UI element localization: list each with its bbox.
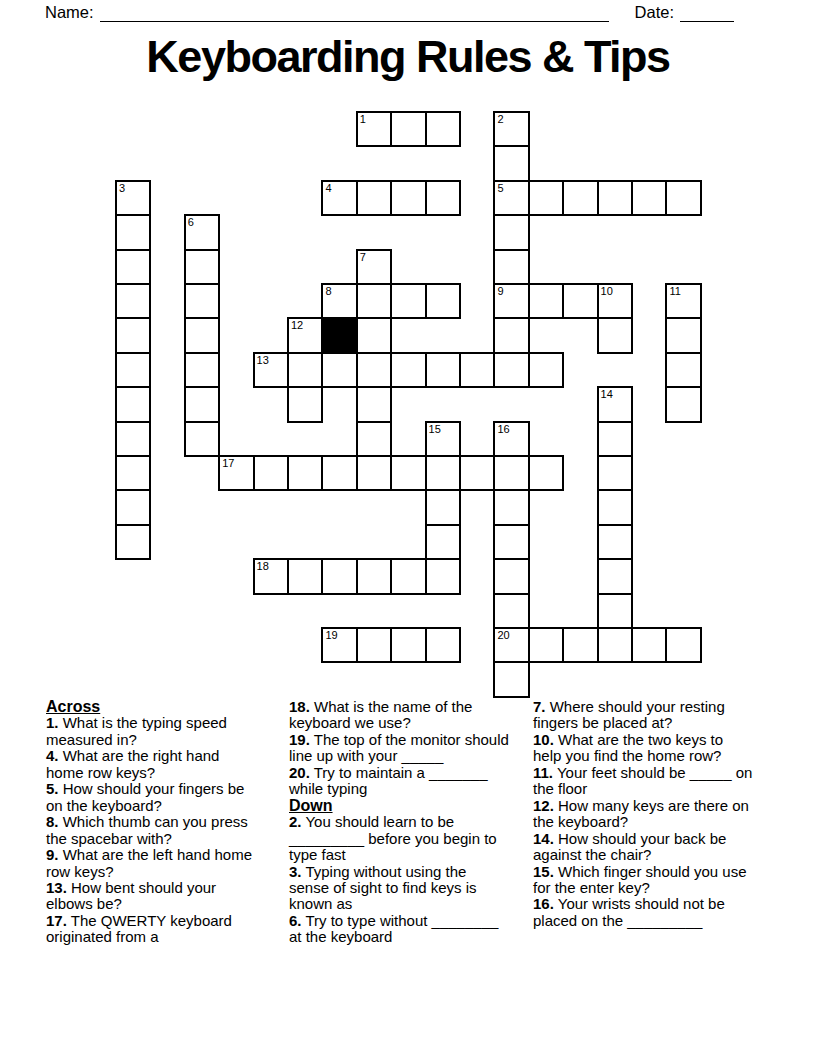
grid-cell[interactable] xyxy=(390,627,426,663)
cell-number: 16 xyxy=(497,424,509,435)
clue-item: 2. You should learn to be _________ befo… xyxy=(289,814,509,863)
clue-item: 17. The QWERTY keyboard originated from … xyxy=(46,913,260,946)
grid-cell[interactable] xyxy=(425,111,461,147)
grid-cell[interactable] xyxy=(390,180,426,216)
clue-text: Where should your resting fingers be pla… xyxy=(533,698,725,731)
grid-cell[interactable] xyxy=(493,214,529,250)
grid-cell[interactable] xyxy=(321,558,357,594)
worksheet-page: Name: Date: Keyboarding Rules & Tips 123… xyxy=(0,0,816,1056)
grid-cell[interactable] xyxy=(425,558,461,594)
cell-number: 8 xyxy=(325,286,331,297)
grid-cell[interactable] xyxy=(597,421,633,457)
clue-number: 5. xyxy=(46,780,59,797)
clue-number: 7. xyxy=(533,698,546,715)
clue-number: 18. xyxy=(289,698,310,715)
grid-cell[interactable] xyxy=(356,352,392,388)
grid-cell[interactable] xyxy=(562,627,598,663)
clue-text: How should your fingers be on the keyboa… xyxy=(46,780,244,813)
grid-cell[interactable] xyxy=(597,455,633,491)
date-label: Date: xyxy=(635,3,674,22)
clue-column-down: 7. Where should your resting fingers be … xyxy=(533,699,753,929)
grid-cell[interactable] xyxy=(115,283,151,319)
cell-number: 12 xyxy=(291,320,303,331)
clue-number: 9. xyxy=(46,846,59,863)
clue-item: 14. How should your back be against the … xyxy=(533,831,753,864)
cell-number: 14 xyxy=(601,389,613,400)
clue-text: How many keys are there on the keyboard? xyxy=(533,797,749,830)
clue-text: The top of the monitor should line up wi… xyxy=(289,731,509,764)
grid-cell[interactable] xyxy=(597,180,633,216)
clue-text: What is the typing speed measured in? xyxy=(46,714,227,747)
grid-cell[interactable] xyxy=(528,180,564,216)
grid-cell[interactable] xyxy=(597,627,633,663)
clue-text: The QWERTY keyboard originated from a xyxy=(46,912,232,945)
clue-text: Typing without using the sense of sight … xyxy=(289,863,477,913)
grid-cell[interactable] xyxy=(390,455,426,491)
grid-cell[interactable] xyxy=(665,180,701,216)
grid-cell[interactable] xyxy=(459,352,495,388)
cell-number: 10 xyxy=(601,286,613,297)
cell-number: 6 xyxy=(188,217,194,228)
grid-cell[interactable] xyxy=(115,317,151,353)
clue-number: 17. xyxy=(46,912,67,929)
clue-text: Try to maintain a _______ while typing xyxy=(289,764,487,797)
grid-cell[interactable] xyxy=(287,386,323,422)
grid-cell[interactable] xyxy=(665,386,701,422)
grid-cell[interactable] xyxy=(562,180,598,216)
clue-item: 19. The top of the monitor should line u… xyxy=(289,732,509,765)
clue-number: 20. xyxy=(289,764,310,781)
cell-number: 15 xyxy=(429,424,441,435)
clue-number: 19. xyxy=(289,731,310,748)
clue-number: 8. xyxy=(46,813,59,830)
clue-number: 13. xyxy=(46,879,67,896)
clue-item: 20. Try to maintain a _______ while typi… xyxy=(289,765,509,798)
grid-cell[interactable] xyxy=(390,352,426,388)
name-input-line[interactable] xyxy=(100,2,609,22)
clue-number: 11. xyxy=(533,764,553,781)
grid-cell[interactable] xyxy=(528,455,564,491)
grid-cell[interactable] xyxy=(321,352,357,388)
clue-text: You should learn to be _________ before … xyxy=(289,813,497,863)
grid-cell[interactable] xyxy=(425,627,461,663)
clue-item: 15. Which finger should you use for the … xyxy=(533,864,753,897)
grid-cell[interactable] xyxy=(425,489,461,525)
grid-cell[interactable] xyxy=(184,352,220,388)
grid-cell[interactable] xyxy=(665,352,701,388)
clue-item: 5. How should your fingers be on the key… xyxy=(46,781,260,814)
clue-column-across: Across 1. What is the typing speed measu… xyxy=(46,699,260,946)
clue-item: 11. Your feet should be _____ on the flo… xyxy=(533,765,753,798)
grid-cell[interactable] xyxy=(493,524,529,560)
clue-item: 16. Your wrists should not be placed on … xyxy=(533,896,753,929)
clue-number: 12. xyxy=(533,797,554,814)
clue-text: Your wrists should not be placed on the … xyxy=(533,895,725,928)
clue-item: 7. Where should your resting fingers be … xyxy=(533,699,753,732)
clue-text: What are the two keys to help you find t… xyxy=(533,731,723,764)
grid-cell[interactable] xyxy=(184,283,220,319)
clue-item: 9. What are the left hand home row keys? xyxy=(46,847,260,880)
grid-cell[interactable] xyxy=(287,352,323,388)
grid-cell[interactable] xyxy=(390,283,426,319)
name-label: Name: xyxy=(45,3,94,22)
grid-cell[interactable] xyxy=(631,180,667,216)
grid-cell[interactable] xyxy=(390,111,426,147)
grid-cell[interactable] xyxy=(597,317,633,353)
grid-cell[interactable] xyxy=(665,627,701,663)
cell-number: 7 xyxy=(360,252,366,263)
clue-item: 8. Which thumb can you press the spaceba… xyxy=(46,814,260,847)
grid-cell[interactable] xyxy=(115,386,151,422)
clue-item: 3. Typing without using the sense of sig… xyxy=(289,864,509,913)
grid-cell[interactable] xyxy=(493,661,529,697)
clue-item: 13. How bent should your elbows be? xyxy=(46,880,260,913)
grid-cell[interactable] xyxy=(287,455,323,491)
cell-number: 11 xyxy=(669,286,680,297)
grid-cell[interactable] xyxy=(631,627,667,663)
grid-cell[interactable] xyxy=(459,455,495,491)
grid-cell[interactable] xyxy=(356,386,392,422)
grid-cell[interactable] xyxy=(321,455,357,491)
cell-number: 1 xyxy=(360,114,366,125)
cell-number: 5 xyxy=(497,183,503,194)
grid-cell[interactable] xyxy=(115,421,151,457)
grid-cell[interactable] xyxy=(356,283,392,319)
cell-number: 17 xyxy=(222,458,234,469)
clue-text: How bent should your elbows be? xyxy=(46,879,216,912)
grid-cell[interactable] xyxy=(425,352,461,388)
grid-cell[interactable] xyxy=(493,593,529,629)
clue-text: What are the left hand home row keys? xyxy=(46,846,252,879)
page-title: Keyboarding Rules & Tips xyxy=(0,31,816,83)
grid-cell[interactable] xyxy=(425,524,461,560)
grid-cell[interactable] xyxy=(356,317,392,353)
grid-cell[interactable] xyxy=(356,180,392,216)
grid-cell[interactable] xyxy=(528,352,564,388)
clue-number: 10. xyxy=(533,731,554,748)
clue-item: 18. What is the name of the keyboard we … xyxy=(289,699,509,732)
grid-cell[interactable] xyxy=(115,249,151,285)
clue-number: 15. xyxy=(533,863,554,880)
worksheet-header: Name: Date: xyxy=(45,2,734,22)
clue-item: 4. What are the right hand home row keys… xyxy=(46,748,260,781)
cell-number: 18 xyxy=(257,561,269,572)
grid-cell[interactable] xyxy=(184,317,220,353)
grid-cell[interactable] xyxy=(115,489,151,525)
black-cell xyxy=(321,317,357,353)
clue-text: What are the right hand home row keys? xyxy=(46,747,219,780)
grid-cell[interactable] xyxy=(356,627,392,663)
grid-cell[interactable] xyxy=(528,283,564,319)
down-heading: Down xyxy=(289,798,509,814)
grid-cell[interactable] xyxy=(528,627,564,663)
clue-number: 14. xyxy=(533,830,554,847)
grid-cell[interactable] xyxy=(562,283,598,319)
clue-item: 6. Try to type without ________ at the k… xyxy=(289,913,509,946)
grid-cell[interactable] xyxy=(493,317,529,353)
across-heading: Across xyxy=(46,699,260,715)
clue-text: Try to type without ________ at the keyb… xyxy=(289,912,498,945)
grid-cell[interactable] xyxy=(390,558,426,594)
grid-cell[interactable] xyxy=(356,421,392,457)
cell-number: 4 xyxy=(325,183,331,194)
grid-cell[interactable] xyxy=(184,249,220,285)
clue-text: Which finger should you use for the ente… xyxy=(533,863,746,896)
grid-cell[interactable] xyxy=(493,558,529,594)
cell-number: 2 xyxy=(497,114,503,125)
grid-cell[interactable] xyxy=(184,386,220,422)
clue-item: 12. How many keys are there on the keybo… xyxy=(533,798,753,831)
cell-number: 13 xyxy=(257,355,269,366)
crossword-grid: 1234567891011121314151617181920 xyxy=(115,111,703,699)
grid-cell[interactable] xyxy=(493,145,529,181)
grid-cell[interactable] xyxy=(253,455,289,491)
clue-number: 4. xyxy=(46,747,59,764)
clue-number: 3. xyxy=(289,863,302,880)
grid-cell[interactable] xyxy=(356,455,392,491)
cell-number: 20 xyxy=(497,630,509,641)
date-input-line[interactable] xyxy=(680,2,734,22)
grid-cell[interactable] xyxy=(425,180,461,216)
grid-cell[interactable] xyxy=(493,249,529,285)
grid-cell[interactable] xyxy=(493,489,529,525)
grid-cell[interactable] xyxy=(425,455,461,491)
cell-number: 9 xyxy=(497,286,503,297)
clue-number: 16. xyxy=(533,895,554,912)
clue-number: 6. xyxy=(289,912,302,929)
clue-text: Your feet should be _____ on the floor xyxy=(533,764,752,797)
clue-item: 10. What are the two keys to help you fi… xyxy=(533,732,753,765)
grid-cell[interactable] xyxy=(493,455,529,491)
cell-number: 3 xyxy=(119,183,125,194)
grid-cell[interactable] xyxy=(115,214,151,250)
grid-cell[interactable] xyxy=(597,558,633,594)
grid-cell[interactable] xyxy=(425,283,461,319)
clue-number: 2. xyxy=(289,813,302,830)
grid-cell[interactable] xyxy=(115,352,151,388)
grid-cell[interactable] xyxy=(665,317,701,353)
grid-cell[interactable] xyxy=(115,524,151,560)
grid-cell[interactable] xyxy=(597,593,633,629)
cell-number: 19 xyxy=(325,630,337,641)
clue-item: 1. What is the typing speed measured in? xyxy=(46,715,260,748)
grid-cell[interactable] xyxy=(597,489,633,525)
clue-column-middle: 18. What is the name of the keyboard we … xyxy=(289,699,509,946)
grid-cell[interactable] xyxy=(184,421,220,457)
grid-cell[interactable] xyxy=(356,558,392,594)
clue-text: What is the name of the keyboard we use? xyxy=(289,698,472,731)
grid-cell[interactable] xyxy=(287,558,323,594)
grid-cell[interactable] xyxy=(115,455,151,491)
clue-text: Which thumb can you press the spacebar w… xyxy=(46,813,248,846)
grid-cell[interactable] xyxy=(597,524,633,560)
clue-text: How should your back be against the chai… xyxy=(533,830,726,863)
clue-number: 1. xyxy=(46,714,59,731)
grid-cell[interactable] xyxy=(493,352,529,388)
